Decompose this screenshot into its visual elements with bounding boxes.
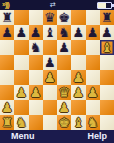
white-bishop-h6: ♝ xyxy=(100,40,114,55)
battery-icon xyxy=(97,2,112,9)
white-pawn-d4: ♟ xyxy=(43,70,57,85)
square-e7[interactable]: ♞ xyxy=(57,25,71,40)
square-g6[interactable] xyxy=(86,40,100,55)
white-king-e1: ♚ xyxy=(57,115,71,130)
help-softkey[interactable]: Help xyxy=(87,130,107,143)
black-king-e8: ♚ xyxy=(57,10,71,25)
square-e4[interactable] xyxy=(57,70,71,85)
white-pawn-f3: ♟ xyxy=(71,85,85,100)
square-d7[interactable]: ♝ xyxy=(43,25,57,40)
battery-nub xyxy=(112,4,114,7)
square-e1[interactable]: ♚ xyxy=(57,115,71,130)
black-rook-a8: ♜ xyxy=(0,10,14,25)
square-b7[interactable]: ♟ xyxy=(14,25,28,40)
square-g5[interactable] xyxy=(86,55,100,70)
square-e5[interactable] xyxy=(57,55,71,70)
square-a7[interactable]: ♟ xyxy=(0,25,14,40)
black-pawn-f7: ♟ xyxy=(71,25,85,40)
square-d5[interactable]: ♟ xyxy=(43,55,57,70)
square-f7[interactable]: ♟ xyxy=(71,25,85,40)
square-e2[interactable]: ♟ xyxy=(57,100,71,115)
status-bar: »))) ⇄ xyxy=(0,0,114,10)
square-f4[interactable]: ♟ xyxy=(71,70,85,85)
white-pawn-e2: ♟ xyxy=(57,100,71,115)
square-h2[interactable] xyxy=(100,100,114,115)
square-f2[interactable] xyxy=(71,100,85,115)
square-e3[interactable]: ♛ xyxy=(57,85,71,100)
square-e8[interactable]: ♚ xyxy=(57,10,71,25)
square-g1[interactable]: ♞ xyxy=(86,115,100,130)
square-g2[interactable] xyxy=(86,100,100,115)
square-f6[interactable] xyxy=(71,40,85,55)
square-a4[interactable] xyxy=(0,70,14,85)
square-c2[interactable] xyxy=(29,100,43,115)
phone-screen: »))) ⇄ ♜♛♚♜♟♟♟♝♞♟♟♟♞♟♝♟♟♟♟♟♛♟♟♟♟♜♞♚♝♞ Me… xyxy=(0,0,114,143)
square-c7[interactable]: ♟ xyxy=(29,25,43,40)
usb-icon: ⇄ xyxy=(50,0,56,10)
square-h3[interactable] xyxy=(100,85,114,100)
square-d3[interactable] xyxy=(43,85,57,100)
square-c1[interactable] xyxy=(29,115,43,130)
square-b5[interactable] xyxy=(14,55,28,70)
white-rook-a1: ♜ xyxy=(0,115,14,130)
battery-fill xyxy=(98,3,106,8)
white-queen-e3: ♛ xyxy=(57,85,71,100)
menu-softkey[interactable]: Menu xyxy=(11,130,35,143)
white-pawn-c3: ♟ xyxy=(29,85,43,100)
square-b6[interactable] xyxy=(14,40,28,55)
white-pawn-f4: ♟ xyxy=(71,70,85,85)
square-d8[interactable]: ♛ xyxy=(43,10,57,25)
square-h6[interactable]: ♝ xyxy=(100,40,114,55)
square-f5[interactable] xyxy=(71,55,85,70)
black-pawn-g7: ♟ xyxy=(86,25,100,40)
black-bishop-d7: ♝ xyxy=(43,25,57,40)
square-h8[interactable]: ♜ xyxy=(100,10,114,25)
white-pawn-g3: ♟ xyxy=(86,85,100,100)
square-d4[interactable]: ♟ xyxy=(43,70,57,85)
square-h7[interactable]: ♟ xyxy=(100,25,114,40)
square-a2[interactable]: ♟ xyxy=(0,100,14,115)
white-pawn-b3: ♟ xyxy=(14,85,28,100)
white-pawn-a2: ♟ xyxy=(0,100,14,115)
black-knight-e7: ♞ xyxy=(57,25,71,40)
square-e6[interactable]: ♟ xyxy=(57,40,71,55)
square-g4[interactable] xyxy=(86,70,100,85)
square-g3[interactable]: ♟ xyxy=(86,85,100,100)
square-b1[interactable]: ♞ xyxy=(14,115,28,130)
softkey-bar: Menu Help xyxy=(0,130,114,143)
square-h1[interactable] xyxy=(100,115,114,130)
square-d6[interactable] xyxy=(43,40,57,55)
white-knight-b1: ♞ xyxy=(14,115,28,130)
square-b2[interactable] xyxy=(14,100,28,115)
square-b8[interactable] xyxy=(14,10,28,25)
square-c4[interactable] xyxy=(29,70,43,85)
square-c6[interactable]: ♞ xyxy=(29,40,43,55)
square-f3[interactable]: ♟ xyxy=(71,85,85,100)
square-c5[interactable] xyxy=(29,55,43,70)
black-queen-d8: ♛ xyxy=(43,10,57,25)
square-b4[interactable] xyxy=(14,70,28,85)
white-knight-g1: ♞ xyxy=(86,115,100,130)
black-knight-c6: ♞ xyxy=(29,40,43,55)
square-a6[interactable] xyxy=(0,40,14,55)
black-pawn-d5: ♟ xyxy=(43,55,57,70)
square-g7[interactable]: ♟ xyxy=(86,25,100,40)
square-h4[interactable] xyxy=(100,70,114,85)
square-d2[interactable] xyxy=(43,100,57,115)
square-a1[interactable]: ♜ xyxy=(0,115,14,130)
black-rook-h8: ♜ xyxy=(100,10,114,25)
square-g8[interactable] xyxy=(86,10,100,25)
square-b3[interactable]: ♟ xyxy=(14,85,28,100)
square-f1[interactable]: ♝ xyxy=(71,115,85,130)
signal-strength-icon: »))) xyxy=(2,0,9,10)
white-bishop-f1: ♝ xyxy=(71,115,85,130)
black-pawn-c7: ♟ xyxy=(29,25,43,40)
black-pawn-h7: ♟ xyxy=(100,25,114,40)
square-a3[interactable] xyxy=(0,85,14,100)
square-c3[interactable]: ♟ xyxy=(29,85,43,100)
chess-board: ♜♛♚♜♟♟♟♝♞♟♟♟♞♟♝♟♟♟♟♟♛♟♟♟♟♜♞♚♝♞ xyxy=(0,10,114,130)
black-pawn-b7: ♟ xyxy=(14,25,28,40)
square-a8[interactable]: ♜ xyxy=(0,10,14,25)
square-a5[interactable] xyxy=(0,55,14,70)
square-f8[interactable] xyxy=(71,10,85,25)
black-pawn-a7: ♟ xyxy=(0,25,14,40)
square-d1[interactable] xyxy=(43,115,57,130)
square-h5[interactable] xyxy=(100,55,114,70)
black-pawn-e6: ♟ xyxy=(57,40,71,55)
square-c8[interactable] xyxy=(29,10,43,25)
